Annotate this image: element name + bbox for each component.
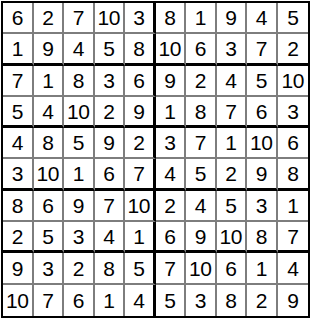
cell-r1c3[interactable]: 7 [64,3,95,34]
cell-r6c1[interactable]: 3 [3,159,34,190]
cell-r6c4[interactable]: 6 [95,159,126,190]
cell-r10c3[interactable]: 6 [64,285,95,316]
cell-r10c9[interactable]: 2 [247,285,278,316]
cell-r5c6[interactable]: 3 [156,128,187,159]
cell-r1c2[interactable]: 2 [34,3,65,34]
cell-r3c9[interactable]: 5 [247,66,278,97]
cell-r3c6[interactable]: 9 [156,66,187,97]
cell-r6c10[interactable]: 8 [278,159,309,190]
cell-r7c10[interactable]: 1 [278,191,309,222]
cell-r7c6[interactable]: 2 [156,191,187,222]
cell-r1c5[interactable]: 3 [125,3,156,34]
cell-r10c8[interactable]: 8 [217,285,248,316]
cell-r6c3[interactable]: 1 [64,159,95,190]
cell-r4c5[interactable]: 9 [125,97,156,128]
cell-r9c6[interactable]: 7 [156,253,187,284]
cell-r9c7[interactable]: 10 [186,253,217,284]
cell-r5c1[interactable]: 4 [3,128,34,159]
cell-r3c8[interactable]: 4 [217,66,248,97]
cell-r2c7[interactable]: 6 [186,34,217,65]
cell-r2c6[interactable]: 10 [156,34,187,65]
cell-r5c8[interactable]: 1 [217,128,248,159]
cell-r10c7[interactable]: 3 [186,285,217,316]
cell-r1c10[interactable]: 5 [278,3,309,34]
cell-r6c6[interactable]: 4 [156,159,187,190]
cell-r6c7[interactable]: 5 [186,159,217,190]
cell-r3c2[interactable]: 1 [34,66,65,97]
cell-r5c5[interactable]: 2 [125,128,156,159]
cell-r7c4[interactable]: 7 [95,191,126,222]
cell-r5c9[interactable]: 10 [247,128,278,159]
cell-r3c3[interactable]: 8 [64,66,95,97]
cell-r3c7[interactable]: 2 [186,66,217,97]
cell-r10c2[interactable]: 7 [34,285,65,316]
cell-r8c10[interactable]: 7 [278,222,309,253]
cell-r6c9[interactable]: 9 [247,159,278,190]
cell-r7c1[interactable]: 8 [3,191,34,222]
cell-r9c3[interactable]: 2 [64,253,95,284]
cell-r9c2[interactable]: 3 [34,253,65,284]
cell-r8c4[interactable]: 4 [95,222,126,253]
cell-r3c10[interactable]: 10 [278,66,309,97]
cell-r8c5[interactable]: 1 [125,222,156,253]
sudoku-board-wrap: 6271038194519458106372718369245105410291… [0,0,312,320]
cell-r9c4[interactable]: 8 [95,253,126,284]
cell-r4c10[interactable]: 3 [278,97,309,128]
cell-r1c9[interactable]: 4 [247,3,278,34]
cell-r4c2[interactable]: 4 [34,97,65,128]
cell-r1c1[interactable]: 6 [3,3,34,34]
cell-r4c7[interactable]: 8 [186,97,217,128]
cell-r7c2[interactable]: 6 [34,191,65,222]
cell-r7c3[interactable]: 9 [64,191,95,222]
cell-r2c8[interactable]: 3 [217,34,248,65]
cell-r7c9[interactable]: 3 [247,191,278,222]
cell-r2c4[interactable]: 5 [95,34,126,65]
cell-r10c1[interactable]: 10 [3,285,34,316]
cell-r9c10[interactable]: 4 [278,253,309,284]
cell-r3c1[interactable]: 7 [3,66,34,97]
cell-r7c5[interactable]: 10 [125,191,156,222]
cell-r9c1[interactable]: 9 [3,253,34,284]
cell-r4c9[interactable]: 6 [247,97,278,128]
cell-r8c1[interactable]: 2 [3,222,34,253]
cell-r1c8[interactable]: 9 [217,3,248,34]
cell-r4c4[interactable]: 2 [95,97,126,128]
cell-r6c5[interactable]: 7 [125,159,156,190]
cell-r10c6[interactable]: 5 [156,285,187,316]
cell-r8c7[interactable]: 9 [186,222,217,253]
cell-r2c2[interactable]: 9 [34,34,65,65]
cell-r2c10[interactable]: 2 [278,34,309,65]
cell-r5c4[interactable]: 9 [95,128,126,159]
cell-r8c8[interactable]: 10 [217,222,248,253]
cell-r3c5[interactable]: 6 [125,66,156,97]
cell-r2c5[interactable]: 8 [125,34,156,65]
cell-r3c4[interactable]: 3 [95,66,126,97]
cell-r8c9[interactable]: 8 [247,222,278,253]
cell-r8c3[interactable]: 3 [64,222,95,253]
cell-r9c9[interactable]: 1 [247,253,278,284]
cell-r10c5[interactable]: 4 [125,285,156,316]
cell-r7c8[interactable]: 5 [217,191,248,222]
cell-r2c9[interactable]: 7 [247,34,278,65]
cell-r5c2[interactable]: 8 [34,128,65,159]
cell-r4c1[interactable]: 5 [3,97,34,128]
cell-r6c2[interactable]: 10 [34,159,65,190]
cell-r9c5[interactable]: 5 [125,253,156,284]
cell-r9c8[interactable]: 6 [217,253,248,284]
cell-r5c10[interactable]: 6 [278,128,309,159]
cell-r10c4[interactable]: 1 [95,285,126,316]
cell-r1c4[interactable]: 10 [95,3,126,34]
cell-r4c3[interactable]: 10 [64,97,95,128]
cell-r10c10[interactable]: 9 [278,285,309,316]
cell-r6c8[interactable]: 2 [217,159,248,190]
cell-r2c1[interactable]: 1 [3,34,34,65]
cell-r1c6[interactable]: 8 [156,3,187,34]
cell-r8c2[interactable]: 5 [34,222,65,253]
cell-r5c3[interactable]: 5 [64,128,95,159]
cell-r4c8[interactable]: 7 [217,97,248,128]
cell-r1c7[interactable]: 1 [186,3,217,34]
cell-r8c6[interactable]: 6 [156,222,187,253]
sudoku-board: 6271038194519458106372718369245105410291… [1,1,310,318]
cell-r2c3[interactable]: 4 [64,34,95,65]
cell-r7c7[interactable]: 4 [186,191,217,222]
cell-r4c6[interactable]: 1 [156,97,187,128]
cell-r5c7[interactable]: 7 [186,128,217,159]
